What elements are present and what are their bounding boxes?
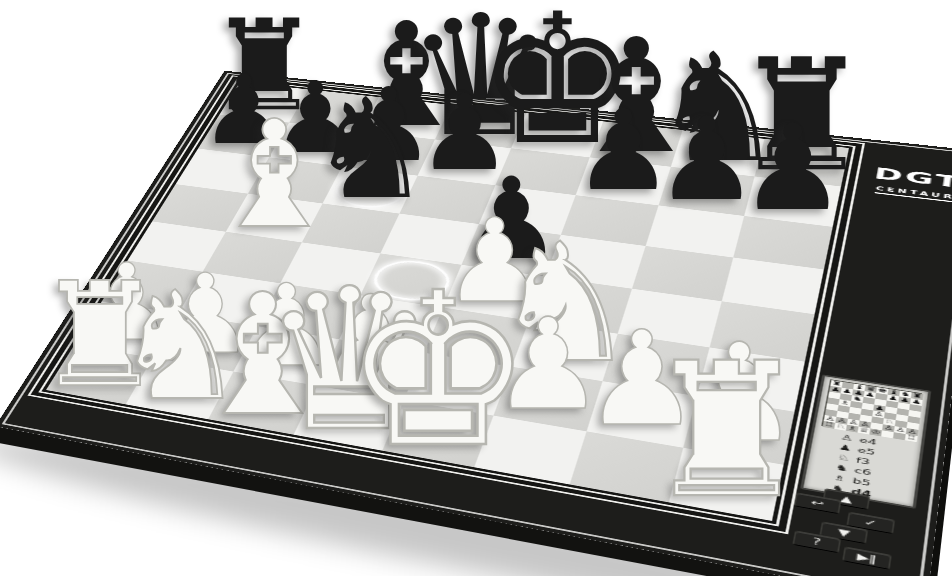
piece-black-pawn-h7[interactable]: ♟: [733, 109, 852, 228]
piece-white-king-e1[interactable]: ♚: [332, 265, 544, 477]
mini-square-e1: ♔: [869, 428, 882, 436]
button-play-pause[interactable]: ▶‖: [842, 546, 891, 569]
eink-display: ♜♝♛♚♝♞♜♟♟♟♟♟♟♟♞♗♟♙♘♙♙♙♙♙♙♙♖♘♗♕♔♖ ♙ e4♟ e…: [800, 374, 931, 508]
mini-square-f1: [881, 430, 894, 438]
mini-square-g1: [893, 432, 906, 440]
centaur-logo-text: CENTAUR: [875, 185, 952, 202]
piece-white-bishop-b5[interactable]: ♝: [200, 101, 348, 249]
mini-square-h1: ♖: [905, 434, 918, 442]
scene: DGT CENTAUR ♜♝♛♚♝♞♜♟♟♟♟♟♟♟♞♗♟♙♘♙♙♙♙♙♙♙♖♘…: [0, 0, 952, 576]
piece-white-rook-h1[interactable]: ♜: [634, 338, 820, 524]
